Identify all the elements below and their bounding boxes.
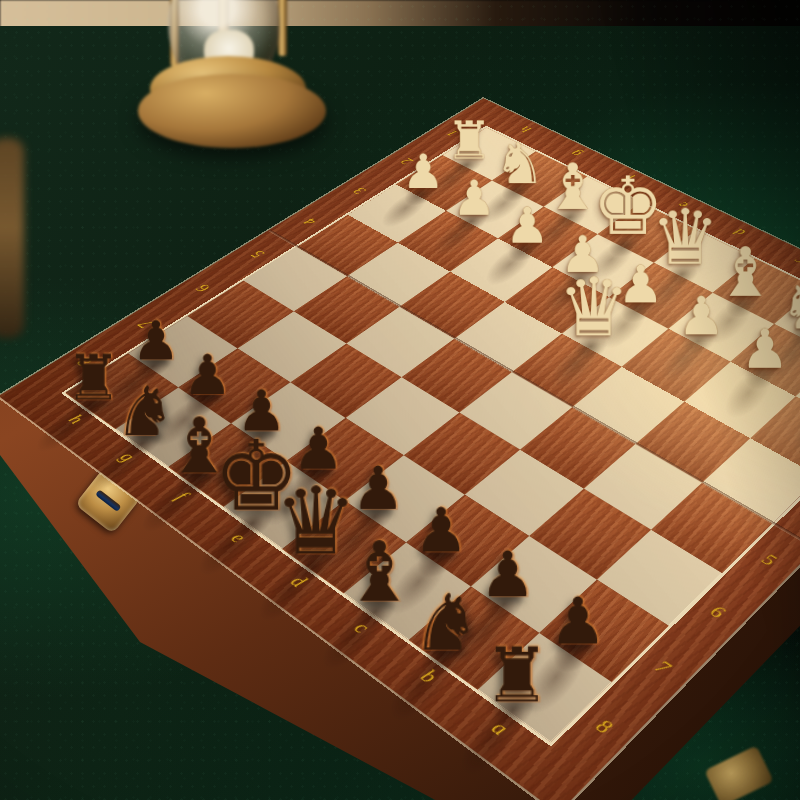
rank-label-left-6: 6 xyxy=(185,277,221,299)
piece-white-pawn-b2: ♟ xyxy=(726,323,800,377)
piece-white-queen-d3: ♛ xyxy=(555,267,632,348)
hourglass-base-lower xyxy=(138,74,326,148)
scene: ♜♞♝♚♛♝♞♜♟♟♟♟♟♟♟♟♛♟♟♟♟♟♟♟♟♜♞♝♚♛♝♞♜ 11hh22… xyxy=(0,0,800,800)
rank-label-left-4: 4 xyxy=(293,211,327,231)
rank-label-right-5: 5 xyxy=(748,545,790,576)
rank-label-right-8: 8 xyxy=(581,708,627,746)
piece-white-pawn-a2: ♟ xyxy=(792,357,800,413)
rank-label-right-7: 7 xyxy=(640,650,685,685)
hourglass xyxy=(118,0,333,165)
rank-label-left-5: 5 xyxy=(241,243,276,264)
rank-label-left-3: 3 xyxy=(343,181,376,200)
piece-black-rook-a8: ♜ xyxy=(469,637,565,712)
blurred-object-left xyxy=(0,138,24,338)
rank-label-right-6: 6 xyxy=(696,596,740,629)
